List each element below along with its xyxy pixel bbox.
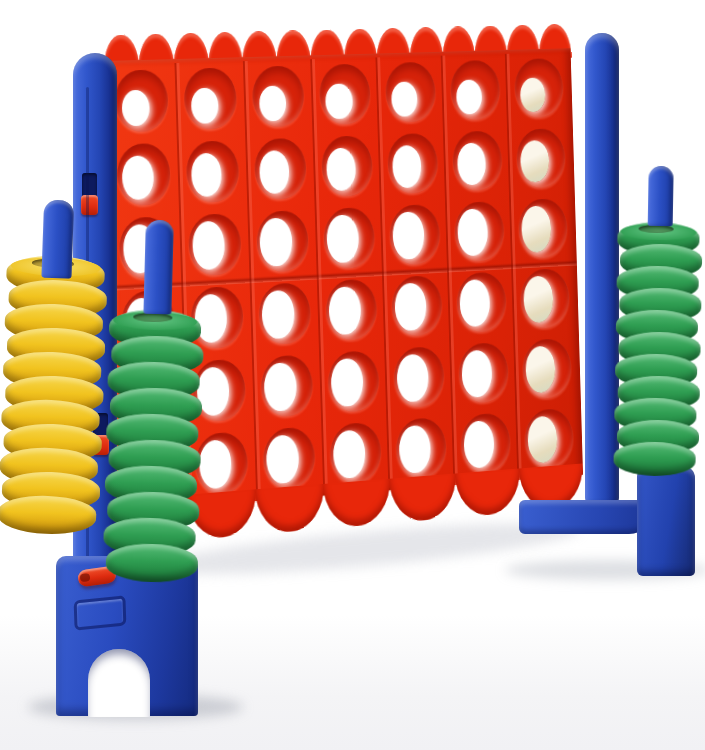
empty-hole (387, 133, 438, 195)
empty-hole (458, 342, 508, 404)
empty-hole (454, 201, 504, 263)
empty-hole (524, 408, 574, 470)
empty-hole (117, 143, 172, 207)
board-cell-c4 (249, 204, 316, 280)
empty-hole (452, 130, 503, 191)
empty-hole (516, 128, 566, 189)
empty-hole (393, 346, 444, 409)
empty-hole (184, 67, 238, 130)
empty-hole (514, 58, 564, 118)
board-cell-e4 (382, 198, 447, 272)
empty-hole (263, 426, 316, 490)
board-cell-g5 (509, 122, 572, 195)
board-cell-f2 (451, 336, 515, 411)
empty-hole (252, 65, 305, 127)
board-cell-d4 (316, 201, 382, 276)
empty-hole (330, 421, 382, 485)
empty-hole (195, 431, 249, 496)
board-cell-f3 (449, 265, 513, 339)
board-edge-scallop (389, 474, 457, 524)
board-cell-d6 (312, 57, 378, 131)
board-cell-e2 (386, 340, 451, 415)
empty-hole (256, 210, 309, 273)
disc-stack-green-right[interactable] (614, 165, 701, 478)
board-cell-d3 (318, 272, 384, 348)
board-cell-e3 (384, 269, 449, 344)
empty-hole (258, 282, 311, 346)
empty-hole (391, 275, 442, 338)
board-cell-g4 (511, 192, 574, 265)
empty-hole (520, 268, 570, 330)
board-cell-c3 (251, 276, 318, 352)
empty-hole (319, 63, 371, 125)
green-disc (613, 441, 696, 476)
empty-hole (186, 140, 240, 203)
storage-peg (143, 220, 173, 315)
disc-pile (0, 254, 106, 535)
board-cell-c6 (244, 59, 311, 134)
empty-hole (114, 69, 169, 132)
disc-pile (614, 221, 700, 476)
frame-post-right (585, 33, 619, 503)
empty-hole (254, 138, 307, 201)
leg-label-emboss (74, 595, 127, 630)
board-edge-scallop (323, 479, 392, 529)
storage-peg (648, 166, 674, 226)
giant-connect-four-photo (0, 0, 705, 750)
right-leg-base (519, 466, 695, 578)
empty-hole (325, 278, 377, 341)
empty-hole (389, 204, 440, 266)
board-cell-a5 (109, 136, 179, 212)
board-cell-d5 (314, 129, 380, 203)
board-cell-d2 (320, 344, 386, 420)
empty-hole (261, 354, 314, 418)
empty-hole (450, 60, 501, 121)
board-cell-b6 (176, 61, 245, 136)
empty-hole (395, 417, 446, 480)
board-cell-e6 (378, 56, 443, 129)
empty-hole (518, 198, 568, 259)
empty-hole (522, 338, 572, 400)
disc-pile (103, 309, 202, 583)
board-column-7[interactable] (505, 52, 580, 480)
board-edge-scallop (455, 468, 522, 517)
board-cell-g6 (507, 52, 570, 124)
disc-stack-yellow-left[interactable] (0, 198, 108, 553)
empty-hole (327, 350, 379, 413)
board-cell-g2 (515, 332, 578, 406)
empty-hole (460, 412, 510, 475)
board-cell-f4 (447, 195, 511, 269)
empty-hole (456, 271, 506, 333)
right-leg-foot-block (637, 466, 695, 576)
green-disc (105, 543, 198, 583)
board-cell-f6 (443, 54, 507, 127)
board-cell-c2 (253, 348, 320, 425)
empty-hole (323, 207, 375, 270)
board-cell-a6 (107, 63, 177, 139)
disc-stack-green-front[interactable] (103, 219, 205, 593)
storage-peg (41, 200, 74, 279)
board-cell-e5 (380, 127, 445, 201)
board-cell-g3 (513, 262, 576, 336)
board-cell-b5 (179, 134, 248, 210)
empty-hole (321, 135, 373, 197)
empty-hole (385, 62, 436, 123)
left-leg-arch (88, 649, 150, 717)
board-edge-scallop (255, 484, 325, 535)
board-cell-c5 (247, 131, 314, 206)
right-leg-beam (519, 500, 653, 534)
board-cell-f5 (445, 124, 509, 197)
